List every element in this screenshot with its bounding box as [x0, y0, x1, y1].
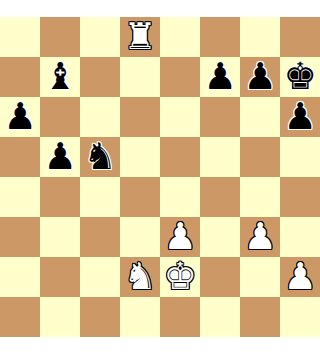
square-e1[interactable] — [160, 297, 200, 337]
square-d3[interactable] — [120, 217, 160, 257]
square-f2[interactable] — [200, 257, 240, 297]
square-h5[interactable] — [280, 137, 320, 177]
black-pawn: ♟ — [280, 97, 320, 137]
square-a4[interactable] — [0, 177, 40, 217]
square-b8[interactable] — [40, 17, 80, 57]
square-f7[interactable]: ♟ — [200, 57, 240, 97]
square-b6[interactable] — [40, 97, 80, 137]
window-title-bar: Crafty.317 — [0, 0, 320, 17]
square-f5[interactable] — [200, 137, 240, 177]
square-b5[interactable]: ♟ — [40, 137, 80, 177]
square-h7[interactable]: ♚ — [280, 57, 320, 97]
square-a6[interactable]: ♟ — [0, 97, 40, 137]
square-a3[interactable] — [0, 217, 40, 257]
square-d2[interactable]: ♞ — [120, 257, 160, 297]
square-c8[interactable] — [80, 17, 120, 57]
square-g7[interactable]: ♟ — [240, 57, 280, 97]
square-a7[interactable] — [0, 57, 40, 97]
black-pawn: ♟ — [0, 97, 40, 137]
square-b2[interactable] — [40, 257, 80, 297]
square-f6[interactable] — [200, 97, 240, 137]
square-a5[interactable] — [0, 137, 40, 177]
square-a2[interactable] — [0, 257, 40, 297]
square-h6[interactable]: ♟ — [280, 97, 320, 137]
square-e3[interactable]: ♟ — [160, 217, 200, 257]
square-b3[interactable] — [40, 217, 80, 257]
square-h3[interactable] — [280, 217, 320, 257]
status-bar: 1. ? — [0, 337, 320, 360]
square-b4[interactable] — [40, 177, 80, 217]
white-knight: ♞ — [120, 257, 160, 297]
square-h8[interactable] — [280, 17, 320, 57]
square-c3[interactable] — [80, 217, 120, 257]
square-d7[interactable] — [120, 57, 160, 97]
square-g5[interactable] — [240, 137, 280, 177]
square-b7[interactable]: ♝ — [40, 57, 80, 97]
square-d1[interactable] — [120, 297, 160, 337]
square-g2[interactable] — [240, 257, 280, 297]
white-pawn: ♟ — [280, 257, 320, 297]
square-c4[interactable] — [80, 177, 120, 217]
square-h1[interactable] — [280, 297, 320, 337]
square-d8[interactable]: ♜ — [120, 17, 160, 57]
square-d5[interactable] — [120, 137, 160, 177]
white-pawn: ♟ — [240, 217, 280, 257]
square-d6[interactable] — [120, 97, 160, 137]
black-bishop: ♝ — [40, 57, 80, 97]
square-e5[interactable] — [160, 137, 200, 177]
square-g4[interactable] — [240, 177, 280, 217]
square-d4[interactable] — [120, 177, 160, 217]
square-g6[interactable] — [240, 97, 280, 137]
black-pawn: ♟ — [200, 57, 240, 97]
square-f3[interactable] — [200, 217, 240, 257]
black-knight: ♞ — [80, 137, 120, 177]
square-e6[interactable] — [160, 97, 200, 137]
black-king: ♚ — [280, 57, 320, 97]
square-h2[interactable]: ♟ — [280, 257, 320, 297]
square-c7[interactable] — [80, 57, 120, 97]
square-c6[interactable] — [80, 97, 120, 137]
white-rook: ♜ — [120, 17, 160, 57]
square-f4[interactable] — [200, 177, 240, 217]
square-f8[interactable] — [200, 17, 240, 57]
black-pawn: ♟ — [40, 137, 80, 177]
square-e2[interactable]: ♚ — [160, 257, 200, 297]
square-a8[interactable] — [0, 17, 40, 57]
chess-board: ♜♝♟♟♚♟♟♟♞♟♟♞♚♟ — [0, 17, 320, 337]
square-c5[interactable]: ♞ — [80, 137, 120, 177]
square-g1[interactable] — [240, 297, 280, 337]
square-e4[interactable] — [160, 177, 200, 217]
white-pawn: ♟ — [160, 217, 200, 257]
square-e7[interactable] — [160, 57, 200, 97]
square-c2[interactable] — [80, 257, 120, 297]
square-e8[interactable] — [160, 17, 200, 57]
white-king: ♚ — [160, 257, 200, 297]
square-c1[interactable] — [80, 297, 120, 337]
black-pawn: ♟ — [240, 57, 280, 97]
square-f1[interactable] — [200, 297, 240, 337]
square-h4[interactable] — [280, 177, 320, 217]
square-a1[interactable] — [0, 297, 40, 337]
square-g3[interactable]: ♟ — [240, 217, 280, 257]
square-g8[interactable] — [240, 17, 280, 57]
square-b1[interactable] — [40, 297, 80, 337]
